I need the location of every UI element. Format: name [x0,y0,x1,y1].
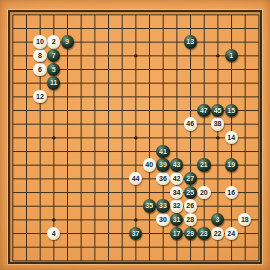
stone-black-19-R8: 19 [225,158,238,171]
stone-white-20-P6: 20 [197,186,210,199]
stone-white-24-R3: 24 [225,227,238,240]
stone-black-47-P12: 47 [197,104,210,117]
stone-black-15-R12: 15 [225,104,238,117]
stone-white-26-O5: 26 [184,199,197,212]
stone-white-34-N6: 34 [170,186,183,199]
stone-black-35-L5: 35 [143,199,156,212]
stone-black-11-D14: 11 [47,76,60,89]
stone-white-6-C15: 6 [33,63,46,76]
stone-black-13-O17: 13 [184,35,197,48]
stone-black-21-P8: 21 [197,158,210,171]
stone-black-29-O3: 29 [184,227,197,240]
stone-black-7-D16: 7 [47,49,60,62]
stone-white-12-C13: 12 [33,90,46,103]
stone-black-3-Q4: 3 [211,213,224,226]
stone-white-42-N7: 42 [170,172,183,185]
stone-black-23-P3: 23 [197,227,210,240]
stone-white-10-C17: 10 [33,35,46,48]
stone-white-18-S4: 18 [238,213,251,226]
stone-black-33-M5: 33 [156,199,169,212]
stone-white-46-O11: 46 [184,117,197,130]
stone-white-8-C16: 8 [33,49,46,62]
stone-black-45-Q12: 45 [211,104,224,117]
stone-white-40-L8: 40 [143,158,156,171]
stone-white-44-K7: 44 [129,172,142,185]
stone-white-32-N5: 32 [170,199,183,212]
stone-white-36-M7: 36 [156,172,169,185]
stone-black-25-O6: 25 [184,186,197,199]
stone-black-27-O7: 27 [184,172,197,185]
stones-layer: 1234567891011121314151617181920212223242… [6,8,266,268]
stone-black-37-K3: 37 [129,227,142,240]
stone-white-30-M4: 30 [156,213,169,226]
stone-white-14-R10: 14 [225,131,238,144]
stone-black-1-R16: 1 [225,49,238,62]
stone-black-41-M9: 41 [156,145,169,158]
stone-white-2-D17: 2 [47,35,60,48]
stone-black-43-N8: 43 [170,158,183,171]
stone-black-17-N3: 17 [170,227,183,240]
stone-black-39-M8: 39 [156,158,169,171]
stone-white-28-O4: 28 [184,213,197,226]
stone-white-4-D3: 4 [47,227,60,240]
stone-white-22-Q3: 22 [211,227,224,240]
stone-black-31-N4: 31 [170,213,183,226]
stone-white-38-Q11: 38 [211,117,224,130]
stone-black-9-E17: 9 [61,35,74,48]
go-board[interactable]: 1234567891011121314151617181920212223242… [0,0,270,270]
stone-black-5-D15: 5 [47,63,60,76]
stone-white-16-R6: 16 [225,186,238,199]
